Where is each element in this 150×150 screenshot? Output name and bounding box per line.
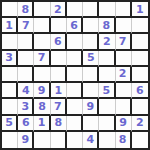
- cell-r6c7: 5: [99, 83, 115, 99]
- cell-r6c3: 9: [34, 83, 50, 99]
- cell-r3c9[interactable]: [132, 34, 148, 50]
- cell-r5c3[interactable]: [34, 67, 50, 83]
- cell-r9c3[interactable]: [34, 132, 50, 148]
- cell-r6c1[interactable]: [2, 83, 18, 99]
- cell-r8c7[interactable]: [99, 116, 115, 132]
- cell-r8c9: 2: [132, 116, 148, 132]
- cell-r9c4[interactable]: [51, 132, 67, 148]
- cell-r1c2: 8: [18, 2, 34, 18]
- cell-r5c4[interactable]: [51, 67, 67, 83]
- cell-r5c1[interactable]: [2, 67, 18, 83]
- cell-r1c5[interactable]: [67, 2, 83, 18]
- cell-r4c9[interactable]: [132, 51, 148, 67]
- cell-r8c6[interactable]: [83, 116, 99, 132]
- cell-r3c5[interactable]: [67, 34, 83, 50]
- cell-r5c8: 2: [116, 67, 132, 83]
- cell-r7c6: 9: [83, 99, 99, 115]
- cell-r9c8: 8: [116, 132, 132, 148]
- cell-r9c7[interactable]: [99, 132, 115, 148]
- cell-r5c6[interactable]: [83, 67, 99, 83]
- cell-r1c1[interactable]: [2, 2, 18, 18]
- cell-r4c6: 5: [83, 51, 99, 67]
- cell-r3c6[interactable]: [83, 34, 99, 50]
- cell-r6c9: 6: [132, 83, 148, 99]
- cell-r9c6: 4: [83, 132, 99, 148]
- cell-r7c9[interactable]: [132, 99, 148, 115]
- cell-r5c7[interactable]: [99, 67, 115, 83]
- cell-r6c2: 4: [18, 83, 34, 99]
- cell-r7c8[interactable]: [116, 99, 132, 115]
- cell-r7c7[interactable]: [99, 99, 115, 115]
- cell-r1c9: 1: [132, 2, 148, 18]
- cell-r9c1[interactable]: [2, 132, 18, 148]
- cell-r2c7: 8: [99, 18, 115, 34]
- cell-r6c4: 1: [51, 83, 67, 99]
- cell-r3c4: 6: [51, 34, 67, 50]
- cell-r8c3: 1: [34, 116, 50, 132]
- cell-r4c1: 3: [2, 51, 18, 67]
- cell-r8c2: 6: [18, 116, 34, 132]
- cell-r4c3: 7: [34, 51, 50, 67]
- cell-r4c7[interactable]: [99, 51, 115, 67]
- sudoku-board: 82117686273752491563879561892948: [0, 0, 150, 150]
- cell-r2c9[interactable]: [132, 18, 148, 34]
- cell-r4c2[interactable]: [18, 51, 34, 67]
- cell-r1c6[interactable]: [83, 2, 99, 18]
- cell-r9c9[interactable]: [132, 132, 148, 148]
- cell-r2c3[interactable]: [34, 18, 50, 34]
- cell-r8c1: 5: [2, 116, 18, 132]
- cell-r1c3[interactable]: [34, 2, 50, 18]
- cell-r4c8[interactable]: [116, 51, 132, 67]
- cell-r5c2[interactable]: [18, 67, 34, 83]
- cell-r2c1: 1: [2, 18, 18, 34]
- cell-r4c5[interactable]: [67, 51, 83, 67]
- cell-r7c5[interactable]: [67, 99, 83, 115]
- cell-r7c4: 7: [51, 99, 67, 115]
- cell-r8c5[interactable]: [67, 116, 83, 132]
- cell-r2c8[interactable]: [116, 18, 132, 34]
- cell-r3c7: 2: [99, 34, 115, 50]
- cell-r9c2: 9: [18, 132, 34, 148]
- cell-r3c1[interactable]: [2, 34, 18, 50]
- cell-r7c1[interactable]: [2, 99, 18, 115]
- cell-r7c2: 3: [18, 99, 34, 115]
- cell-r3c2[interactable]: [18, 34, 34, 50]
- cell-r5c9[interactable]: [132, 67, 148, 83]
- cell-r7c3: 8: [34, 99, 50, 115]
- cell-r3c8: 7: [116, 34, 132, 50]
- cell-r8c8: 9: [116, 116, 132, 132]
- cell-r1c7[interactable]: [99, 2, 115, 18]
- cell-r6c5[interactable]: [67, 83, 83, 99]
- cell-r2c4[interactable]: [51, 18, 67, 34]
- cell-r2c6[interactable]: [83, 18, 99, 34]
- cell-r1c8[interactable]: [116, 2, 132, 18]
- cell-r9c5[interactable]: [67, 132, 83, 148]
- cell-r3c3[interactable]: [34, 34, 50, 50]
- cell-r2c2: 7: [18, 18, 34, 34]
- cell-r5c5[interactable]: [67, 67, 83, 83]
- cell-r2c5: 6: [67, 18, 83, 34]
- cell-r4c4[interactable]: [51, 51, 67, 67]
- cell-r8c4: 8: [51, 116, 67, 132]
- cell-r6c6[interactable]: [83, 83, 99, 99]
- cell-r1c4: 2: [51, 2, 67, 18]
- cell-r6c8[interactable]: [116, 83, 132, 99]
